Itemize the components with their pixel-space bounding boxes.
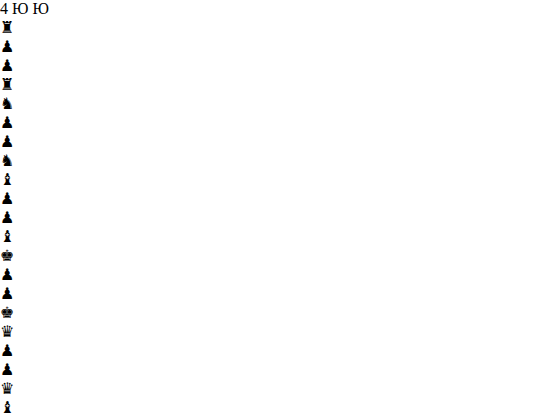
square-d1[interactable]: ♛: [0, 379, 560, 398]
square-g2[interactable]: ♟: [0, 132, 560, 151]
white-queen-d1[interactable]: ♛: [0, 380, 14, 397]
square-h2[interactable]: ♟: [0, 56, 560, 75]
black-king-e8[interactable]: ♚: [0, 247, 14, 264]
black-rook-h8[interactable]: ♜: [0, 19, 14, 36]
black-bishop-f8[interactable]: ♝: [0, 171, 14, 188]
square-d8[interactable]: ♛: [0, 322, 560, 341]
square-f7[interactable]: ♟: [0, 189, 560, 208]
square-g8[interactable]: ♞: [0, 94, 560, 113]
square-e8[interactable]: ♚: [0, 246, 560, 265]
square-f2[interactable]: ♟: [0, 208, 560, 227]
black-queen-d8[interactable]: ♛: [0, 323, 14, 340]
pencil-edge-mark: Ю: [12, 0, 28, 17]
chessboard[interactable]: 4 Ю Ю ♜♟♟♜♞♟♟♞♝♟♟♝♚♟♟♚♛♟♟♛♝♟♟♝♞♟♟♞♜♟♟♜: [0, 0, 560, 420]
square-h8[interactable]: ♜: [0, 18, 560, 37]
white-knight-g1[interactable]: ♞: [0, 152, 14, 169]
black-knight-g8[interactable]: ♞: [0, 95, 14, 112]
square-g7[interactable]: ♟: [0, 113, 560, 132]
black-bishop-c8[interactable]: ♝: [0, 399, 14, 416]
square-g1[interactable]: ♞: [0, 151, 560, 170]
white-pawn-f2[interactable]: ♟: [0, 209, 14, 226]
white-pawn-g2[interactable]: ♟: [0, 133, 14, 150]
white-pawn-d2[interactable]: ♟: [0, 361, 14, 378]
pencil-edge-mark: Ю: [32, 0, 48, 17]
square-d7[interactable]: ♟: [0, 341, 560, 360]
board-anchor: 4 Ю Ю ♜♟♟♜♞♟♟♞♝♟♟♝♚♟♟♚♛♟♟♛♝♟♟♝♞♟♟♞♜♟♟♜: [0, 0, 560, 420]
square-e1[interactable]: ♚: [0, 303, 560, 322]
black-pawn-f7[interactable]: ♟: [0, 190, 14, 207]
square-e2[interactable]: ♟: [0, 284, 560, 303]
black-pawn-e7[interactable]: ♟: [0, 266, 14, 283]
white-rook-h1[interactable]: ♜: [0, 76, 14, 93]
square-d2[interactable]: ♟: [0, 360, 560, 379]
photo-scene: 4 Ю Ю ♜♟♟♜♞♟♟♞♝♟♟♝♚♟♟♚♛♟♟♛♝♟♟♝♞♟♟♞♜♟♟♜: [0, 0, 560, 420]
square-f1[interactable]: ♝: [0, 227, 560, 246]
black-pawn-g7[interactable]: ♟: [0, 114, 14, 131]
square-h7[interactable]: ♟: [0, 37, 560, 56]
black-pawn-d7[interactable]: ♟: [0, 342, 14, 359]
square-e7[interactable]: ♟: [0, 265, 560, 284]
square-c8[interactable]: ♝: [0, 398, 560, 417]
square-f8[interactable]: ♝: [0, 170, 560, 189]
square-h1[interactable]: ♜: [0, 75, 560, 94]
white-king-e1[interactable]: ♚: [0, 304, 14, 321]
board-squares[interactable]: ♜♟♟♜♞♟♟♞♝♟♟♝♚♟♟♚♛♟♟♛♝♟♟♝♞♟♟♞♜♟♟♜: [0, 18, 560, 420]
pencil-edge-mark: 4: [0, 0, 8, 17]
white-pawn-h2[interactable]: ♟: [0, 57, 14, 74]
white-pawn-e2[interactable]: ♟: [0, 285, 14, 302]
black-pawn-h7[interactable]: ♟: [0, 38, 14, 55]
white-bishop-f1[interactable]: ♝: [0, 228, 14, 245]
